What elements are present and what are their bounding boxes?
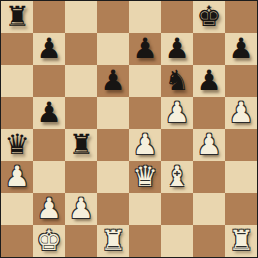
square-h1[interactable]: ♜ bbox=[225, 225, 257, 257]
square-f8[interactable] bbox=[161, 1, 193, 33]
square-b8[interactable] bbox=[33, 1, 65, 33]
square-e4[interactable]: ♟ bbox=[129, 129, 161, 161]
square-g5[interactable] bbox=[193, 97, 225, 129]
white-bishop[interactable]: ♝ bbox=[164, 161, 189, 193]
square-e2[interactable] bbox=[129, 193, 161, 225]
square-f4[interactable] bbox=[161, 129, 193, 161]
white-pawn[interactable]: ♟ bbox=[164, 97, 189, 129]
black-knight[interactable]: ♞ bbox=[164, 65, 189, 97]
square-f6[interactable]: ♞ bbox=[161, 65, 193, 97]
square-g1[interactable] bbox=[193, 225, 225, 257]
black-queen[interactable]: ♛ bbox=[4, 129, 29, 161]
square-f1[interactable] bbox=[161, 225, 193, 257]
square-e3[interactable]: ♛ bbox=[129, 161, 161, 193]
square-h2[interactable] bbox=[225, 193, 257, 225]
square-a8[interactable]: ♜ bbox=[1, 1, 33, 33]
black-rook[interactable]: ♜ bbox=[4, 1, 29, 33]
square-d4[interactable] bbox=[97, 129, 129, 161]
square-d7[interactable] bbox=[97, 33, 129, 65]
square-f3[interactable]: ♝ bbox=[161, 161, 193, 193]
black-pawn[interactable]: ♟ bbox=[100, 65, 125, 97]
square-f2[interactable] bbox=[161, 193, 193, 225]
white-pawn[interactable]: ♟ bbox=[196, 129, 221, 161]
black-pawn[interactable]: ♟ bbox=[196, 65, 221, 97]
square-b3[interactable] bbox=[33, 161, 65, 193]
black-pawn[interactable]: ♟ bbox=[228, 33, 253, 65]
square-g7[interactable] bbox=[193, 33, 225, 65]
square-e8[interactable] bbox=[129, 1, 161, 33]
white-pawn[interactable]: ♟ bbox=[132, 129, 157, 161]
square-h3[interactable] bbox=[225, 161, 257, 193]
square-f7[interactable]: ♟ bbox=[161, 33, 193, 65]
square-c8[interactable] bbox=[65, 1, 97, 33]
square-h4[interactable] bbox=[225, 129, 257, 161]
black-rook[interactable]: ♜ bbox=[68, 129, 93, 161]
chess-board: ♜♚♟♟♟♟♟♞♟♟♟♟♛♜♟♟♟♛♝♟♟♚♜♜ bbox=[0, 0, 258, 258]
black-pawn[interactable]: ♟ bbox=[36, 97, 61, 129]
square-b5[interactable]: ♟ bbox=[33, 97, 65, 129]
square-b2[interactable]: ♟ bbox=[33, 193, 65, 225]
square-f5[interactable]: ♟ bbox=[161, 97, 193, 129]
white-queen[interactable]: ♛ bbox=[132, 161, 157, 193]
white-rook[interactable]: ♜ bbox=[228, 225, 253, 257]
square-e1[interactable] bbox=[129, 225, 161, 257]
square-a5[interactable] bbox=[1, 97, 33, 129]
square-c7[interactable] bbox=[65, 33, 97, 65]
square-g2[interactable] bbox=[193, 193, 225, 225]
square-b1[interactable]: ♚ bbox=[33, 225, 65, 257]
square-c5[interactable] bbox=[65, 97, 97, 129]
square-h8[interactable] bbox=[225, 1, 257, 33]
white-pawn[interactable]: ♟ bbox=[228, 97, 253, 129]
square-e7[interactable]: ♟ bbox=[129, 33, 161, 65]
white-pawn[interactable]: ♟ bbox=[68, 193, 93, 225]
square-d5[interactable] bbox=[97, 97, 129, 129]
square-e5[interactable] bbox=[129, 97, 161, 129]
square-d2[interactable] bbox=[97, 193, 129, 225]
square-g4[interactable]: ♟ bbox=[193, 129, 225, 161]
white-king[interactable]: ♚ bbox=[36, 225, 61, 257]
black-pawn[interactable]: ♟ bbox=[164, 33, 189, 65]
square-h6[interactable] bbox=[225, 65, 257, 97]
square-g8[interactable]: ♚ bbox=[193, 1, 225, 33]
black-pawn[interactable]: ♟ bbox=[36, 33, 61, 65]
square-c4[interactable]: ♜ bbox=[65, 129, 97, 161]
square-a6[interactable] bbox=[1, 65, 33, 97]
square-d6[interactable]: ♟ bbox=[97, 65, 129, 97]
black-king[interactable]: ♚ bbox=[196, 1, 221, 33]
square-c6[interactable] bbox=[65, 65, 97, 97]
square-b6[interactable] bbox=[33, 65, 65, 97]
square-a1[interactable] bbox=[1, 225, 33, 257]
square-g6[interactable]: ♟ bbox=[193, 65, 225, 97]
square-a2[interactable] bbox=[1, 193, 33, 225]
square-h7[interactable]: ♟ bbox=[225, 33, 257, 65]
white-rook[interactable]: ♜ bbox=[100, 225, 125, 257]
white-pawn[interactable]: ♟ bbox=[36, 193, 61, 225]
square-h5[interactable]: ♟ bbox=[225, 97, 257, 129]
black-pawn[interactable]: ♟ bbox=[132, 33, 157, 65]
square-a7[interactable] bbox=[1, 33, 33, 65]
square-d1[interactable]: ♜ bbox=[97, 225, 129, 257]
square-c1[interactable] bbox=[65, 225, 97, 257]
square-g3[interactable] bbox=[193, 161, 225, 193]
square-b7[interactable]: ♟ bbox=[33, 33, 65, 65]
square-b4[interactable] bbox=[33, 129, 65, 161]
white-pawn[interactable]: ♟ bbox=[4, 161, 29, 193]
square-c3[interactable] bbox=[65, 161, 97, 193]
square-d3[interactable] bbox=[97, 161, 129, 193]
square-c2[interactable]: ♟ bbox=[65, 193, 97, 225]
square-d8[interactable] bbox=[97, 1, 129, 33]
square-a3[interactable]: ♟ bbox=[1, 161, 33, 193]
square-e6[interactable] bbox=[129, 65, 161, 97]
square-a4[interactable]: ♛ bbox=[1, 129, 33, 161]
